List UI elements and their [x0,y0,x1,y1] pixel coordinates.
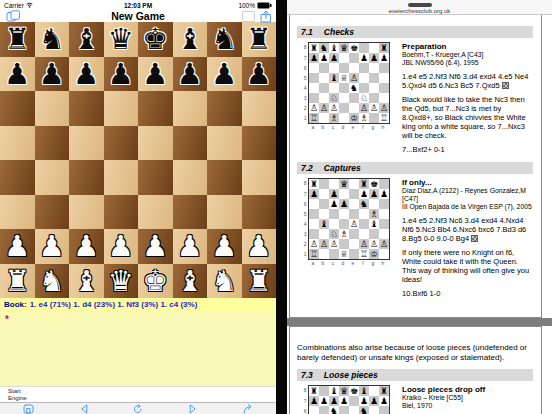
square-b5[interactable] [35,126,70,161]
white-bishop: ♗ [369,209,379,219]
diagram-file-labels: abcdefgh [308,260,390,267]
diagram-square [339,406,349,414]
black-pawn: ♟ [359,396,369,406]
rank-label: 6 [301,63,308,73]
diagram-square [309,93,319,103]
black-pawn: ♟ [319,53,329,63]
white-knight: ♘ [329,229,339,239]
white-knight: ♘ [359,93,369,103]
square-g7[interactable]: ♟ [207,57,242,92]
start-engine-button[interactable]: Start Engine [0,386,276,402]
partial-text: . [309,16,541,20]
white-knight: ♘ [329,93,339,103]
annotation-column: Preparation Boehm,T - Krueger,A [C43] JB… [402,42,533,154]
diagram-square [349,239,359,249]
file-label: h [378,124,388,131]
black-pawn: ♟ [211,57,237,91]
square-h7[interactable]: ♟ [242,57,277,92]
black-king: ♚ [349,43,359,53]
black-rook: ♜ [379,386,389,396]
diagram-square [379,83,389,93]
url-bar[interactable]: exeterchessclub.org.uk [287,0,552,15]
diagram-square [319,93,329,103]
diagram-square [339,113,349,123]
diagram-square [339,83,349,93]
square-d6[interactable] [104,91,139,126]
square-f8[interactable]: ♝ [173,22,208,57]
diagram-square [309,219,319,229]
square-g2[interactable]: ♟ [207,229,242,264]
square-b7[interactable]: ♟ [35,57,70,92]
black-rook: ♜ [379,43,389,53]
black-pawn: ♟ [379,396,389,406]
diagram-square [339,63,349,73]
square-b6[interactable] [35,91,70,126]
black-pawn: ♟ [359,189,369,199]
square-e1[interactable]: ♚ [138,264,173,299]
diagram-square [319,73,329,83]
square-c3[interactable] [69,195,104,230]
white-pawn: ♙ [349,73,359,83]
rank-label: 4 [301,219,308,229]
square-g1[interactable]: ♞ [207,264,242,299]
black-pawn: ♟ [4,57,30,91]
square-a6[interactable] [0,91,35,126]
black-pawn: ♟ [246,57,272,91]
rank-label: 8 [301,42,308,53]
diagram-link-icon[interactable] [502,82,509,89]
white-pawn: ♟ [73,229,99,263]
black-pawn: ♟ [369,53,379,63]
diagram-square [379,73,389,83]
diagram-square [319,179,329,189]
white-pawn: ♙ [379,239,389,249]
game-result: 10.Bxf6 1-0 [402,289,533,298]
chess-diagram-1: 87654321 ♜♞♝♛♚♜♟♟♟♟♟♟♝♕♙♞♘♘♙♙♙♙♙♙♖♗♔♗♖ a… [301,42,390,154]
white-knight: ♞ [39,264,65,298]
diagram-square [349,53,359,63]
square-b2[interactable]: ♟ [35,229,70,264]
home-icon [23,404,34,414]
diagram-square [319,386,329,396]
white-pawn: ♙ [329,239,339,249]
black-pawn: ♟ [379,53,389,63]
square-e6[interactable] [138,91,173,126]
square-f5[interactable] [173,126,208,161]
white-pawn: ♟ [142,229,168,263]
black-bishop: ♝ [359,386,369,396]
event: III Open Bajada de la Virgen ESP (7), 20… [402,203,533,211]
diagram-link-icon[interactable] [471,235,478,242]
black-pawn: ♟ [329,189,339,199]
chess-diagram-3: 87654321 ♜♝♛♚♝♜♟♟♟♟♟♟♟♞♞ abcdefgh [301,385,390,414]
square-g6[interactable] [207,91,242,126]
black-queen: ♛ [108,22,134,56]
black-king: ♚ [349,386,359,396]
rank-label: 1 [301,249,308,259]
diagram-square [369,406,379,414]
diagram-square [339,209,349,219]
players: Diaz Diaz,A (2122) - Reynes Gonzalez,M [… [402,187,533,203]
diagram-square [349,229,359,239]
square-a1[interactable]: ♜ [0,264,35,299]
diagram-square [339,189,349,199]
diagram-square [359,229,369,239]
white-pawn: ♙ [309,239,319,249]
square-e3[interactable] [138,195,173,230]
rank-label: 7 [301,189,308,199]
square-d8[interactable]: ♛ [104,22,139,57]
diagram-square [339,53,349,63]
diagram-square [319,209,329,219]
square-a2[interactable]: ♟ [0,229,35,264]
square-a5[interactable] [0,126,35,161]
diagram-square [369,83,379,93]
diagram-square [369,229,379,239]
diagram-square [309,83,319,93]
black-pawn: ♟ [369,396,379,406]
white-queen: ♛ [108,264,134,298]
diagram-square [359,219,369,229]
rank-label: 8 [301,178,308,189]
diagram-square [369,199,379,209]
diagram-square [359,63,369,73]
diagram-square [319,249,329,259]
diagram-square [379,406,389,414]
diagram-square [379,199,389,209]
square-f2[interactable]: ♟ [173,229,208,264]
black-rook: ♜ [4,22,30,56]
square-g3[interactable] [207,195,242,230]
white-pawn: ♟ [246,229,272,263]
square-h4[interactable] [242,160,277,195]
diagram-square [369,386,379,396]
pdf-page-1: . 7.1Checks 87654321 ♜♞♝♛♚♜♟♟♟♟♟♟♝♕♙♞♘♘♙… [289,15,542,318]
diagram-square [309,209,319,219]
black-knight: ♞ [319,43,329,53]
diagram-square [309,199,319,209]
split-view-divider[interactable] [276,0,287,414]
black-queen: ♛ [339,179,349,189]
back-icon [80,404,88,414]
diagram-square [379,249,389,259]
diagram-rank-labels: 87654321 [301,178,308,260]
diagram-square [329,179,339,189]
black-pawn: ♟ [39,57,65,91]
document-scroll-area[interactable]: . 7.1Checks 87654321 ♜♞♝♛♚♜♟♟♟♟♟♟♝♕♙♞♘♘♙… [287,15,552,414]
square-a3[interactable] [0,195,35,230]
rank-label: 7 [301,53,308,63]
white-rook: ♖ [379,113,389,123]
square-e2[interactable]: ♟ [138,229,173,264]
diagram-square [349,189,359,199]
square-b1[interactable]: ♞ [35,264,70,299]
opening-book-bar[interactable]: Book:1. e4 (71%) 1. d4 (23%) 1. Nf3 (3%)… [0,298,276,312]
white-pawn: ♙ [309,103,319,113]
diagram-rank-labels: 87654321 [301,42,308,124]
browser-panel: exeterchessclub.org.uk . 7.1Checks 87654… [287,0,552,414]
white-king: ♚ [142,264,168,298]
diagram-square [349,396,359,406]
file-label: a [308,124,318,131]
nav-bar: New Game [0,10,276,22]
diagram-square [319,63,329,73]
square-d5[interactable] [104,126,139,161]
game-list-icon [6,10,21,22]
white-rook: ♖ [359,249,369,259]
square-b8[interactable]: ♞ [35,22,70,57]
diagram-square [319,229,329,239]
diagram-square [319,83,329,93]
diagram-square [329,249,339,259]
white-pawn: ♙ [319,103,329,113]
square-e4[interactable] [138,160,173,195]
book-label: Book: [4,300,27,309]
file-label: b [318,260,328,267]
black-rook: ♜ [309,43,319,53]
black-pawn: ♟ [329,396,339,406]
square-a8[interactable]: ♜ [0,22,35,57]
game-title: If only... [402,178,533,187]
square-a4[interactable] [0,160,35,195]
players: Boehm,T - Krueger,A [C43] [402,51,533,59]
event: Biel, 1970 [402,402,533,410]
diagram-square [349,93,359,103]
section-title: Loose pieces [324,370,378,380]
square-b4[interactable] [35,160,70,195]
black-bishop: ♝ [329,73,339,83]
share-button[interactable] [260,10,272,23]
white-bishop: ♝ [177,264,203,298]
white-pawn: ♟ [211,229,237,263]
square-h5[interactable] [242,126,277,161]
square-c4[interactable] [69,160,104,195]
square-c7[interactable]: ♟ [69,57,104,92]
status-bar: Carrier 12:03 PM 100% [0,0,276,10]
black-pawn: ♟ [339,199,349,209]
black-rook: ♜ [359,179,369,189]
square-g8[interactable]: ♞ [207,22,242,57]
white-pawn: ♙ [359,103,369,113]
diagram-square [369,73,379,83]
white-pawn: ♙ [369,239,379,249]
file-label: a [308,260,318,267]
diagram-square [319,113,329,123]
rank-label: 2 [301,239,308,249]
diagram-rank-labels: 87654321 [301,385,308,414]
black-bishop: ♝ [369,219,379,229]
black-knight: ♞ [39,22,65,56]
clock: 12:03 PM [0,2,276,9]
split-drag-handle[interactable] [408,3,432,7]
square-e7[interactable]: ♟ [138,57,173,92]
square-d4[interactable] [104,160,139,195]
black-pawn: ♟ [319,396,329,406]
square-e8[interactable]: ♚ [138,22,173,57]
commentary: If only there were no Knight on f6, Whit… [402,248,533,284]
section-number: 7.2 [301,163,313,173]
black-pawn: ♟ [73,57,99,91]
rank-label: 5 [301,73,308,83]
square-f1[interactable]: ♝ [173,264,208,299]
white-pawn: ♟ [39,229,65,263]
white-king: ♔ [369,249,379,259]
chess-diagram-2: 87654321 ♜♛♜♚♟♟♟♟♟♟♟♞♗♝♙♝♘♗♙♙♙♙♙♙♖♕♖♔ ab… [301,178,390,298]
diagram-square [349,199,359,209]
square-h3[interactable] [242,195,277,230]
square-f4[interactable] [173,160,208,195]
square-e5[interactable] [138,126,173,161]
back-button[interactable] [80,404,88,414]
game-title: Loose pieces drop off [402,385,533,394]
square-d2[interactable]: ♟ [104,229,139,264]
annotation-column: Loose pieces drop off Kraiko – Kreie [C5… [402,385,533,414]
diagram-square [379,63,389,73]
page-title: New Game [0,10,276,22]
black-rook: ♜ [309,386,319,396]
diagram-square [329,63,339,73]
start-engine-line1: Start [8,388,276,395]
section-7-1-content: 87654321 ♜♞♝♛♚♜♟♟♟♟♟♟♝♕♙♞♘♘♙♙♙♙♙♙♖♗♔♗♖ a… [301,42,533,154]
rank-label: 5 [301,209,308,219]
diagram-square [369,43,379,53]
rank-label: 3 [301,229,308,239]
square-d7[interactable]: ♟ [104,57,139,92]
black-pawn: ♟ [309,396,319,406]
diagram-square [319,406,329,414]
file-label: g [368,260,378,267]
square-f7[interactable]: ♟ [173,57,208,92]
start-engine-line2: Engine [8,395,276,402]
section-title: Checks [324,27,354,37]
black-pawn: ♟ [369,189,379,199]
diagram-square [359,209,369,219]
white-rook: ♖ [309,113,319,123]
white-pawn: ♟ [177,229,203,263]
black-queen: ♛ [339,43,349,53]
file-label: c [328,124,338,131]
diagram-square [319,199,329,209]
square-d1[interactable]: ♛ [104,264,139,299]
square-h1[interactable]: ♜ [242,264,277,299]
paragraph: Combinations also arise because of loose… [297,343,532,363]
section-heading-7-2: 7.2Captures [297,162,533,174]
diagram-square [309,63,319,73]
white-pawn: ♙ [379,103,389,113]
white-knight: ♞ [211,264,237,298]
diagram-square [329,219,339,229]
diagram-square [359,83,369,93]
black-pawn: ♟ [329,53,339,63]
diagram-square [339,239,349,249]
section-7-2-content: 87654321 ♜♛♜♚♟♟♟♟♟♟♟♞♗♝♙♝♘♗♙♙♙♙♙♙♖♕♖♔ ab… [301,178,533,298]
white-queen: ♕ [339,73,349,83]
white-pawn: ♙ [349,219,359,229]
white-bishop: ♗ [359,113,369,123]
notation-text: * [5,314,9,325]
square-h6[interactable] [242,91,277,126]
square-c6[interactable] [69,91,104,126]
commentary: Black would like to take the Nc3 then th… [402,95,533,140]
file-label: h [378,260,388,267]
square-f3[interactable] [173,195,208,230]
white-rook: ♜ [246,264,272,298]
square-c5[interactable] [69,126,104,161]
game-notation-area[interactable]: * [0,312,276,386]
square-d3[interactable] [104,195,139,230]
diagram-square [349,103,359,113]
white-bishop: ♗ [329,113,339,123]
black-queen: ♛ [339,386,349,396]
white-pawn: ♟ [108,229,134,263]
square-g4[interactable] [207,160,242,195]
diagram-square [349,209,359,219]
diagram-square [379,229,389,239]
black-king: ♚ [369,179,379,189]
white-pawn: ♙ [369,103,379,113]
file-label: d [338,260,348,267]
white-pawn: ♙ [319,239,329,249]
chess-board[interactable]: ♜♞♝♛♚♝♞♜♟♟♟♟♟♟♟♟♟♟♟♟♟♟♟♟♜♞♝♛♚♝♞♜ [0,22,276,298]
square-b3[interactable] [35,195,70,230]
black-king: ♚ [142,22,168,56]
file-label: g [368,124,378,131]
black-bishop: ♝ [319,219,329,229]
diagram-file-labels: abcdefgh [308,124,390,131]
redo-button[interactable] [243,403,253,414]
rank-label: 3 [301,93,308,103]
diagram-square [329,209,339,219]
square-c1[interactable]: ♝ [69,264,104,299]
square-f6[interactable] [173,91,208,126]
square-h2[interactable]: ♟ [242,229,277,264]
white-bishop: ♗ [339,229,349,239]
diagram-square [359,43,369,53]
white-square-button[interactable] [242,11,255,22]
rank-label: 2 [301,103,308,113]
move-list: 1.e4 e5 2.Nf3 Nf6 3.d4 exd4 4.e5 Ne4 5.Q… [402,72,533,90]
section-7-3-content: 87654321 ♜♝♛♚♝♜♟♟♟♟♟♟♟♞♞ abcdefgh Loose … [301,385,533,414]
diagram-square [369,93,379,103]
black-knight: ♞ [349,83,359,93]
black-bishop: ♝ [329,43,339,53]
black-pawn: ♟ [177,57,203,91]
diagram-square [329,83,339,93]
white-rook: ♖ [309,249,319,259]
game-list-button[interactable] [6,10,21,22]
square-c8[interactable]: ♝ [69,22,104,57]
file-label: f [358,124,368,131]
diagram-square [379,93,389,103]
square-h8[interactable]: ♜ [242,22,277,57]
refresh-button[interactable] [133,404,143,414]
section-number: 7.3 [301,370,313,380]
redo-move-icon [243,403,253,414]
diagram-square [359,73,369,83]
square-c2[interactable]: ♟ [69,229,104,264]
square-a7[interactable]: ♟ [0,57,35,92]
file-label: d [338,124,348,131]
book-moves: 1. e4 (71%) 1. d4 (23%) 1. Nf3 (3%) 1. c… [30,300,198,309]
forward-button[interactable] [189,404,197,414]
diagram-square [349,179,359,189]
square-g5[interactable] [207,126,242,161]
home-button[interactable] [23,404,34,414]
rank-label: 6 [301,199,308,209]
diagram-board-1: ♜♞♝♛♚♜♟♟♟♟♟♟♝♕♙♞♘♘♙♙♙♙♙♙♖♗♔♗♖ [308,42,390,124]
file-label: e [348,124,358,131]
black-pawn: ♟ [309,53,319,63]
